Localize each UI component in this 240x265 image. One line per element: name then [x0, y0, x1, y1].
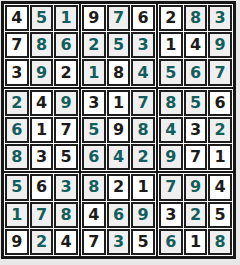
- cell-r3c3-given[interactable]: 2: [54, 59, 78, 85]
- cell-r9c3-given[interactable]: 4: [54, 229, 78, 255]
- cell-r3c1-given[interactable]: 3: [5, 59, 29, 85]
- cell-r8c1-filled[interactable]: 1: [5, 202, 29, 228]
- cell-r2c9-filled[interactable]: 9: [208, 32, 232, 58]
- cell-r2c1-given[interactable]: 7: [5, 32, 29, 58]
- cell-r4c7-filled[interactable]: 8: [159, 90, 183, 116]
- cell-r4c1-filled[interactable]: 2: [5, 90, 29, 116]
- cell-r4c9-given[interactable]: 6: [208, 90, 232, 116]
- box-1: 451786392: [4, 4, 79, 87]
- cell-r6c5-filled[interactable]: 4: [107, 144, 131, 170]
- cell-r4c6-filled[interactable]: 7: [131, 90, 155, 116]
- cell-r6c7-filled[interactable]: 9: [159, 144, 183, 170]
- cell-r7c2-given[interactable]: 6: [30, 174, 54, 200]
- cell-r6c1-filled[interactable]: 8: [5, 144, 29, 170]
- cell-r7c9-given[interactable]: 4: [208, 174, 232, 200]
- box-9: 794325618: [158, 173, 233, 256]
- cell-r8c6-filled[interactable]: 9: [131, 202, 155, 228]
- box-6: 856432971: [158, 89, 233, 172]
- cell-r9c5-filled[interactable]: 3: [107, 229, 131, 255]
- cell-r1c6-given[interactable]: 6: [131, 5, 155, 31]
- cell-r4c4-given[interactable]: 3: [82, 90, 106, 116]
- cell-r3c4-filled[interactable]: 1: [82, 59, 106, 85]
- sudoku-board: 451786392 976253184 283149567 249617835 …: [1, 1, 236, 259]
- cell-r5c5-given[interactable]: 9: [107, 117, 131, 143]
- cell-r9c8-given[interactable]: 1: [184, 229, 208, 255]
- cell-r5c3-given[interactable]: 7: [54, 117, 78, 143]
- cell-r2c8-given[interactable]: 4: [184, 32, 208, 58]
- cell-r9c7-filled[interactable]: 6: [159, 229, 183, 255]
- cell-r2c4-filled[interactable]: 2: [82, 32, 106, 58]
- cell-r9c2-filled[interactable]: 2: [30, 229, 54, 255]
- cell-r8c8-filled[interactable]: 2: [184, 202, 208, 228]
- cell-r7c5-given[interactable]: 2: [107, 174, 131, 200]
- box-8: 821469735: [81, 173, 156, 256]
- cell-r6c8-given[interactable]: 7: [184, 144, 208, 170]
- box-5: 317598642: [81, 89, 156, 172]
- cell-r8c4-given[interactable]: 4: [82, 202, 106, 228]
- cell-r8c3-filled[interactable]: 8: [54, 202, 78, 228]
- cell-r2c3-filled[interactable]: 6: [54, 32, 78, 58]
- cell-r8c9-given[interactable]: 5: [208, 202, 232, 228]
- cell-r3c8-filled[interactable]: 6: [184, 59, 208, 85]
- cell-r8c5-filled[interactable]: 6: [107, 202, 131, 228]
- cell-r7c3-filled[interactable]: 3: [54, 174, 78, 200]
- cell-r6c6-filled[interactable]: 2: [131, 144, 155, 170]
- cell-r2c2-filled[interactable]: 8: [30, 32, 54, 58]
- box-7: 563178924: [4, 173, 79, 256]
- box-4: 249617835: [4, 89, 79, 172]
- cell-r1c8-filled[interactable]: 8: [184, 5, 208, 31]
- cell-r6c2-given[interactable]: 3: [30, 144, 54, 170]
- cell-r3c7-filled[interactable]: 5: [159, 59, 183, 85]
- cell-r5c7-filled[interactable]: 4: [159, 117, 183, 143]
- cell-r5c9-filled[interactable]: 2: [208, 117, 232, 143]
- cell-r4c3-filled[interactable]: 9: [54, 90, 78, 116]
- cell-r2c6-filled[interactable]: 3: [131, 32, 155, 58]
- cell-r9c4-given[interactable]: 7: [82, 229, 106, 255]
- cell-r6c3-given[interactable]: 5: [54, 144, 78, 170]
- cell-r9c9-filled[interactable]: 8: [208, 229, 232, 255]
- cell-r1c9-filled[interactable]: 3: [208, 5, 232, 31]
- cell-r1c3-filled[interactable]: 1: [54, 5, 78, 31]
- cell-r7c1-filled[interactable]: 5: [5, 174, 29, 200]
- box-3: 283149567: [158, 4, 233, 87]
- cell-r7c7-filled[interactable]: 7: [159, 174, 183, 200]
- cell-r6c4-filled[interactable]: 6: [82, 144, 106, 170]
- cell-r5c1-filled[interactable]: 6: [5, 117, 29, 143]
- cell-r5c4-filled[interactable]: 5: [82, 117, 106, 143]
- cell-r6c9-given[interactable]: 1: [208, 144, 232, 170]
- cell-r3c5-given[interactable]: 8: [107, 59, 131, 85]
- box-2: 976253184: [81, 4, 156, 87]
- cell-r8c7-given[interactable]: 3: [159, 202, 183, 228]
- cell-r9c1-given[interactable]: 9: [5, 229, 29, 255]
- cell-r2c7-given[interactable]: 1: [159, 32, 183, 58]
- cell-r4c5-given[interactable]: 1: [107, 90, 131, 116]
- cell-r8c2-filled[interactable]: 7: [30, 202, 54, 228]
- cell-r4c2-given[interactable]: 4: [30, 90, 54, 116]
- cell-r7c6-given[interactable]: 1: [131, 174, 155, 200]
- cell-r5c6-filled[interactable]: 8: [131, 117, 155, 143]
- cell-r1c2-filled[interactable]: 5: [30, 5, 54, 31]
- cell-r1c4-given[interactable]: 9: [82, 5, 106, 31]
- cell-r3c2-filled[interactable]: 9: [30, 59, 54, 85]
- cell-r4c8-filled[interactable]: 5: [184, 90, 208, 116]
- cell-r1c5-filled[interactable]: 7: [107, 5, 131, 31]
- cell-r7c8-filled[interactable]: 9: [184, 174, 208, 200]
- cell-r7c4-filled[interactable]: 8: [82, 174, 106, 200]
- cell-r5c2-given[interactable]: 1: [30, 117, 54, 143]
- cell-r2c5-filled[interactable]: 5: [107, 32, 131, 58]
- cell-r1c7-given[interactable]: 2: [159, 5, 183, 31]
- cell-r5c8-given[interactable]: 3: [184, 117, 208, 143]
- cell-r3c6-filled[interactable]: 4: [131, 59, 155, 85]
- cell-r1c1-given[interactable]: 4: [5, 5, 29, 31]
- cell-r3c9-filled[interactable]: 7: [208, 59, 232, 85]
- cell-r9c6-given[interactable]: 5: [131, 229, 155, 255]
